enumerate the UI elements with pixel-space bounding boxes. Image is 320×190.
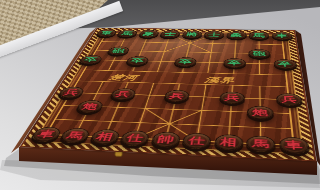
piece-black-soldier[interactable]: 卒 (125, 56, 150, 66)
piece-black-horse[interactable]: 馬 (249, 32, 270, 40)
piece-glyph: 兵 (224, 94, 239, 102)
piece-black-soldier[interactable]: 卒 (273, 59, 297, 69)
piece-red-chariot[interactable]: 車 (28, 127, 63, 143)
piece-glyph: 士 (164, 32, 177, 37)
piece-black-chariot[interactable]: 車 (95, 29, 118, 37)
piece-black-cannon[interactable]: 砲 (248, 49, 270, 58)
piece-black-advisor[interactable]: 士 (203, 31, 224, 39)
piece-glyph: 車 (276, 34, 289, 39)
piece-red-soldier[interactable]: 兵 (219, 91, 245, 104)
piece-red-soldier[interactable]: 兵 (275, 93, 302, 106)
piece-glyph: 象 (142, 32, 155, 37)
piece-glyph: 兵 (115, 91, 132, 98)
piece-glyph: 馬 (121, 31, 134, 36)
piece-glyph: 卒 (278, 61, 292, 67)
piece-glyph: 象 (230, 33, 242, 38)
piece-black-soldier[interactable]: 卒 (173, 57, 197, 67)
piece-red-horse[interactable]: 馬 (58, 128, 92, 144)
piece-red-advisor[interactable]: 仕 (181, 133, 212, 150)
piece-glyph: 相 (220, 138, 237, 148)
piece-red-soldier[interactable]: 兵 (109, 88, 137, 100)
piece-glyph: 仕 (125, 134, 144, 144)
piece-glyph: 相 (95, 132, 114, 141)
piece-glyph: 將 (186, 32, 199, 37)
piece-glyph: 砲 (111, 48, 125, 53)
piece-black-soldier[interactable]: 卒 (223, 58, 246, 68)
piece-black-elephant[interactable]: 象 (226, 31, 247, 39)
piece-glyph: 仕 (188, 136, 206, 146)
piece-black-advisor[interactable]: 士 (159, 30, 181, 38)
piece-glyph: 兵 (281, 96, 297, 104)
piece-glyph: 馬 (65, 131, 85, 140)
piece-red-cannon[interactable]: 炮 (75, 100, 106, 113)
piece-glyph: 車 (100, 31, 114, 36)
piece-glyph: 卒 (178, 59, 192, 65)
piece-glyph: 卒 (228, 60, 241, 66)
piece-glyph: 砲 (253, 51, 266, 56)
piece-glyph: 兵 (62, 89, 79, 96)
xiangqi-photo-scene: 楚河 漢界 車馬象士將士象馬車砲砲卒卒卒卒卒兵兵兵兵兵炮炮車馬相仕帥仕相馬車 (0, 0, 320, 190)
piece-red-soldier[interactable]: 兵 (163, 90, 190, 103)
piece-red-general[interactable]: 帥 (150, 132, 181, 149)
piece-glyph: 炮 (252, 108, 268, 116)
piece-red-cannon[interactable]: 炮 (247, 105, 274, 119)
piece-red-horse[interactable]: 馬 (246, 135, 276, 152)
piece-glyph: 馬 (253, 33, 265, 38)
piece-black-cannon[interactable]: 砲 (106, 46, 130, 55)
piece-glyph: 馬 (252, 139, 269, 149)
piece-red-soldier[interactable]: 兵 (56, 87, 86, 99)
piece-glyph: 卒 (130, 58, 145, 64)
piece-black-general[interactable]: 將 (181, 31, 202, 39)
piece-red-elephant[interactable]: 相 (213, 134, 243, 151)
piece-glyph: 炮 (81, 102, 99, 110)
piece-glyph: 士 (208, 33, 220, 38)
piece-black-elephant[interactable]: 象 (137, 30, 159, 38)
piece-glyph: 車 (285, 140, 303, 150)
piece-black-chariot[interactable]: 車 (271, 32, 292, 40)
piece-red-elephant[interactable]: 相 (88, 129, 121, 145)
piece-red-advisor[interactable]: 仕 (119, 130, 151, 146)
piece-black-horse[interactable]: 馬 (116, 30, 139, 38)
piece-red-chariot[interactable]: 車 (278, 137, 309, 154)
piece-glyph: 兵 (169, 92, 185, 99)
piece-black-soldier[interactable]: 卒 (77, 55, 103, 65)
piece-glyph: 車 (36, 130, 56, 139)
piece-glyph: 帥 (156, 135, 174, 145)
piece-glyph: 卒 (83, 57, 98, 63)
